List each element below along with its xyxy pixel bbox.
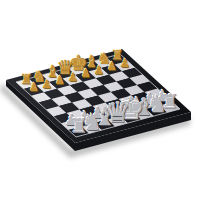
chess-board — [0, 0, 200, 200]
chess-set-photo: ♜♞♝♛♚♝♞♜♟♟♟♟♟♟♟♟♟♟♟♟♟♟♟♟♜♞♝♛♚♝♞♜ — [0, 0, 200, 200]
